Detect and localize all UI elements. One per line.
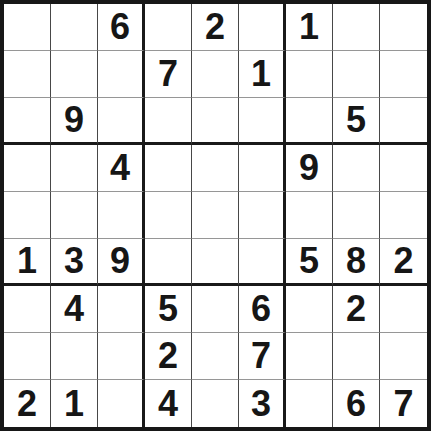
cell-r5c2[interactable] [51, 192, 98, 239]
cell-r2c1[interactable] [4, 51, 51, 98]
cell-r1c9[interactable] [380, 4, 427, 51]
given-digit: 1 [299, 9, 319, 45]
cell-r9c4[interactable]: 4 [145, 380, 192, 427]
given-digit: 6 [251, 291, 271, 327]
cell-r1c2[interactable] [51, 4, 98, 51]
cell-r1c3[interactable]: 6 [98, 4, 145, 51]
cell-r1c7[interactable]: 1 [286, 4, 333, 51]
cell-r4c9[interactable] [380, 145, 427, 192]
cell-r5c5[interactable] [192, 192, 239, 239]
cell-r7c7[interactable] [286, 286, 333, 333]
cell-r8c7[interactable] [286, 333, 333, 380]
given-digit: 4 [110, 150, 130, 186]
given-digit: 9 [299, 150, 319, 186]
cell-r5c3[interactable] [98, 192, 145, 239]
cell-r9c6[interactable]: 3 [239, 380, 286, 427]
cell-r1c1[interactable] [4, 4, 51, 51]
given-digit: 2 [205, 9, 225, 45]
given-digit: 3 [64, 243, 84, 279]
cell-r1c6[interactable] [239, 4, 286, 51]
cell-r5c4[interactable] [145, 192, 192, 239]
cell-r9c8[interactable]: 6 [333, 380, 380, 427]
cell-r9c5[interactable] [192, 380, 239, 427]
cell-r2c9[interactable] [380, 51, 427, 98]
cell-r4c5[interactable] [192, 145, 239, 192]
cell-r7c8[interactable]: 2 [333, 286, 380, 333]
given-digit: 4 [64, 291, 84, 327]
cell-r2c8[interactable] [333, 51, 380, 98]
given-digit: 6 [346, 386, 366, 422]
cell-r9c7[interactable] [286, 380, 333, 427]
given-digit: 1 [64, 386, 84, 422]
cell-r3c7[interactable] [286, 98, 333, 145]
cell-r2c5[interactable] [192, 51, 239, 98]
cell-r4c2[interactable] [51, 145, 98, 192]
cell-r5c6[interactable] [239, 192, 286, 239]
cell-r6c2[interactable]: 3 [51, 239, 98, 286]
cell-r6c9[interactable]: 2 [380, 239, 427, 286]
cell-r3c8[interactable]: 5 [333, 98, 380, 145]
cell-r7c9[interactable] [380, 286, 427, 333]
cell-r9c2[interactable]: 1 [51, 380, 98, 427]
cell-r8c5[interactable] [192, 333, 239, 380]
cell-r7c1[interactable] [4, 286, 51, 333]
cell-r6c6[interactable] [239, 239, 286, 286]
cell-r1c5[interactable]: 2 [192, 4, 239, 51]
cell-r1c4[interactable] [145, 4, 192, 51]
cell-r3c6[interactable] [239, 98, 286, 145]
sudoku-board: 621719549139582456227214367 [0, 0, 431, 431]
cell-r3c1[interactable] [4, 98, 51, 145]
cell-r4c6[interactable] [239, 145, 286, 192]
given-digit: 5 [299, 243, 319, 279]
cell-r9c1[interactable]: 2 [4, 380, 51, 427]
cell-r5c1[interactable] [4, 192, 51, 239]
cell-r4c7[interactable]: 9 [286, 145, 333, 192]
given-digit: 1 [251, 56, 271, 92]
cell-r5c9[interactable] [380, 192, 427, 239]
cell-r4c4[interactable] [145, 145, 192, 192]
cell-r7c4[interactable]: 5 [145, 286, 192, 333]
given-digit: 5 [346, 102, 366, 138]
given-digit: 6 [110, 9, 130, 45]
cell-r7c6[interactable]: 6 [239, 286, 286, 333]
cell-r3c3[interactable] [98, 98, 145, 145]
cell-r8c8[interactable] [333, 333, 380, 380]
given-digit: 4 [158, 386, 178, 422]
cell-r2c3[interactable] [98, 51, 145, 98]
cell-r6c7[interactable]: 5 [286, 239, 333, 286]
cell-r6c5[interactable] [192, 239, 239, 286]
cell-r9c3[interactable] [98, 380, 145, 427]
given-digit: 2 [346, 291, 366, 327]
cell-r1c8[interactable] [333, 4, 380, 51]
cell-r7c2[interactable]: 4 [51, 286, 98, 333]
cell-r4c8[interactable] [333, 145, 380, 192]
given-digit: 7 [158, 56, 178, 92]
given-digit: 2 [393, 243, 413, 279]
given-digit: 9 [64, 102, 84, 138]
cell-r9c9[interactable]: 7 [380, 380, 427, 427]
cell-r3c9[interactable] [380, 98, 427, 145]
cell-r2c7[interactable] [286, 51, 333, 98]
cell-r8c6[interactable]: 7 [239, 333, 286, 380]
cell-r3c5[interactable] [192, 98, 239, 145]
given-digit: 1 [17, 243, 37, 279]
cell-r7c3[interactable] [98, 286, 145, 333]
cell-r8c9[interactable] [380, 333, 427, 380]
cell-r6c3[interactable]: 9 [98, 239, 145, 286]
cell-r8c3[interactable] [98, 333, 145, 380]
cell-r4c3[interactable]: 4 [98, 145, 145, 192]
given-digit: 7 [251, 338, 271, 374]
cell-r5c8[interactable] [333, 192, 380, 239]
cell-r2c6[interactable]: 1 [239, 51, 286, 98]
given-digit: 8 [346, 243, 366, 279]
cell-r3c4[interactable] [145, 98, 192, 145]
cell-r5c7[interactable] [286, 192, 333, 239]
given-digit: 3 [251, 386, 271, 422]
cell-r6c8[interactable]: 8 [333, 239, 380, 286]
given-digit: 9 [110, 243, 130, 279]
cell-r2c4[interactable]: 7 [145, 51, 192, 98]
cell-r8c2[interactable] [51, 333, 98, 380]
cell-r6c1[interactable]: 1 [4, 239, 51, 286]
cell-r7c5[interactable] [192, 286, 239, 333]
given-digit: 5 [158, 291, 178, 327]
cell-r6c4[interactable] [145, 239, 192, 286]
cell-r2c2[interactable] [51, 51, 98, 98]
given-digit: 7 [393, 386, 413, 422]
given-digit: 2 [158, 338, 178, 374]
cell-r8c4[interactable]: 2 [145, 333, 192, 380]
cell-r3c2[interactable]: 9 [51, 98, 98, 145]
cell-r8c1[interactable] [4, 333, 51, 380]
given-digit: 2 [17, 386, 37, 422]
cell-r4c1[interactable] [4, 145, 51, 192]
